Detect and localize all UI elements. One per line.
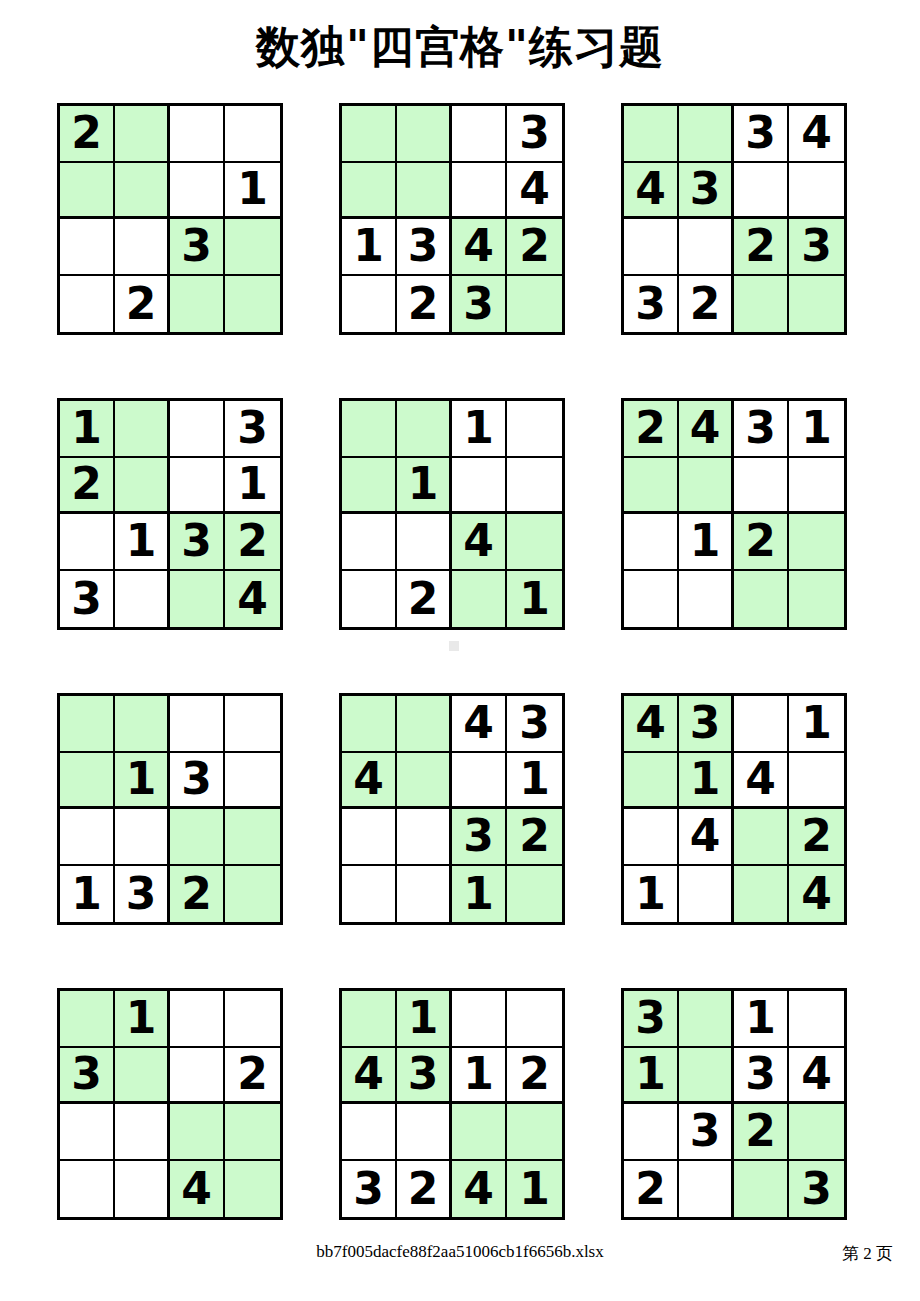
p6-cell-r4c1[interactable]: [624, 571, 679, 628]
p4-cell-r4c1[interactable]: 3: [60, 571, 115, 628]
p7-cell-r4c2[interactable]: 3: [115, 866, 170, 923]
p2-cell-r1c3[interactable]: [452, 106, 507, 163]
p8-cell-r1c2[interactable]: [397, 696, 452, 753]
p9-cell-r2c4[interactable]: [789, 753, 844, 810]
p4-cell-r4c3[interactable]: [170, 571, 225, 628]
p10-cell-r3c4[interactable]: [225, 1104, 280, 1161]
p1-cell-r2c3[interactable]: [170, 163, 225, 220]
p7-cell-r1c3[interactable]: [170, 696, 225, 753]
p1-cell-r1c3[interactable]: [170, 106, 225, 163]
p9-cell-r3c1[interactable]: [624, 809, 679, 866]
p9-cell-r4c2[interactable]: [679, 866, 734, 923]
p10-cell-r2c4[interactable]: 2: [225, 1048, 280, 1105]
p1-cell-r1c4[interactable]: [225, 106, 280, 163]
p6-cell-r1c3[interactable]: 3: [734, 401, 789, 458]
p6-cell-r2c3[interactable]: [734, 458, 789, 515]
p9-cell-r1c2[interactable]: 3: [679, 696, 734, 753]
p6-cell-r1c1[interactable]: 2: [624, 401, 679, 458]
p4-cell-r3c3[interactable]: 3: [170, 514, 225, 571]
p5-cell-r4c4[interactable]: 1: [507, 571, 562, 628]
p11-cell-r4c2[interactable]: 2: [397, 1161, 452, 1218]
p5-cell-r4c3[interactable]: [452, 571, 507, 628]
p1-cell-r1c1[interactable]: 2: [60, 106, 115, 163]
p7-cell-r2c4[interactable]: [225, 753, 280, 810]
p12-cell-r4c4[interactable]: 3: [789, 1161, 844, 1218]
p8-cell-r2c2[interactable]: [397, 753, 452, 810]
p3-cell-r1c2[interactable]: [679, 106, 734, 163]
puzzle-2: 34134223: [339, 103, 565, 335]
p12-cell-r2c3[interactable]: 3: [734, 1048, 789, 1105]
p10-cell-r2c3[interactable]: [170, 1048, 225, 1105]
p8-cell-r4c4[interactable]: [507, 866, 562, 923]
p10-cell-r1c1[interactable]: [60, 991, 115, 1048]
p10-cell-r4c1[interactable]: [60, 1161, 115, 1218]
p10-cell-r4c3[interactable]: 4: [170, 1161, 225, 1218]
p4-cell-r1c4[interactable]: 3: [225, 401, 280, 458]
p11-cell-r3c3[interactable]: [452, 1104, 507, 1161]
p11-cell-r2c4[interactable]: 2: [507, 1048, 562, 1105]
p6-cell-r3c3[interactable]: 2: [734, 514, 789, 571]
p10-cell-r2c2[interactable]: [115, 1048, 170, 1105]
p12-cell-r3c1[interactable]: [624, 1104, 679, 1161]
p7-cell-r2c1[interactable]: [60, 753, 115, 810]
p9-cell-r1c4[interactable]: 1: [789, 696, 844, 753]
p1-cell-r4c4[interactable]: [225, 276, 280, 333]
p3-cell-r4c1[interactable]: 3: [624, 276, 679, 333]
p5-cell-r4c1[interactable]: [342, 571, 397, 628]
p7-cell-r1c4[interactable]: [225, 696, 280, 753]
p10-cell-r1c4[interactable]: [225, 991, 280, 1048]
p7-cell-r4c1[interactable]: 1: [60, 866, 115, 923]
p9-cell-r2c2[interactable]: 1: [679, 753, 734, 810]
p11-cell-r2c1[interactable]: 4: [342, 1048, 397, 1105]
p8-cell-r4c2[interactable]: [397, 866, 452, 923]
p12-cell-r2c1[interactable]: 1: [624, 1048, 679, 1105]
p1-cell-r3c1[interactable]: [60, 219, 115, 276]
p5-cell-r2c4[interactable]: [507, 458, 562, 515]
p8-cell-r2c3[interactable]: [452, 753, 507, 810]
p11-cell-r1c2[interactable]: 1: [397, 991, 452, 1048]
p5-cell-r2c3[interactable]: [452, 458, 507, 515]
p2-cell-r1c2[interactable]: [397, 106, 452, 163]
p2-cell-r2c4[interactable]: 4: [507, 163, 562, 220]
p3-cell-r2c1[interactable]: 4: [624, 163, 679, 220]
p8-cell-r3c4[interactable]: 2: [507, 809, 562, 866]
p1-cell-r2c4[interactable]: 1: [225, 163, 280, 220]
p3-cell-r1c4[interactable]: 4: [789, 106, 844, 163]
p11-cell-r4c3[interactable]: 4: [452, 1161, 507, 1218]
page-footer: bb7f005dacfe88f2aa51006cb1f6656b.xlsx 第 …: [0, 1242, 920, 1268]
p3-cell-r2c3[interactable]: [734, 163, 789, 220]
p10-cell-r1c2[interactable]: 1: [115, 991, 170, 1048]
p3-cell-r4c2[interactable]: 2: [679, 276, 734, 333]
p7-cell-r3c2[interactable]: [115, 809, 170, 866]
p8-cell-r1c1[interactable]: [342, 696, 397, 753]
p7-cell-r1c1[interactable]: [60, 696, 115, 753]
p4-cell-r3c4[interactable]: 2: [225, 514, 280, 571]
p8-cell-r2c1[interactable]: 4: [342, 753, 397, 810]
p5-cell-r1c4[interactable]: [507, 401, 562, 458]
p7-cell-r3c3[interactable]: [170, 809, 225, 866]
p6-cell-r4c3[interactable]: [734, 571, 789, 628]
p1-cell-r2c1[interactable]: [60, 163, 115, 220]
p3-cell-r1c3[interactable]: 3: [734, 106, 789, 163]
worksheet-page: 数独"四宫格"练习题 21323413422334432332132113234…: [0, 0, 920, 1301]
p5-cell-r1c2[interactable]: [397, 401, 452, 458]
p6-cell-r3c4[interactable]: [789, 514, 844, 571]
p6-cell-r2c4[interactable]: [789, 458, 844, 515]
p10-cell-r4c4[interactable]: [225, 1161, 280, 1218]
p5-cell-r2c2[interactable]: 1: [397, 458, 452, 515]
p4-cell-r2c3[interactable]: [170, 458, 225, 515]
p7-cell-r3c4[interactable]: [225, 809, 280, 866]
p11-cell-r3c2[interactable]: [397, 1104, 452, 1161]
puzzle-8: 4341321: [339, 693, 565, 925]
p12-cell-r3c3[interactable]: 2: [734, 1104, 789, 1161]
p1-cell-r4c3[interactable]: [170, 276, 225, 333]
p12-cell-r1c2[interactable]: [679, 991, 734, 1048]
p1-cell-r2c2[interactable]: [115, 163, 170, 220]
puzzle-4: 132113234: [57, 398, 283, 630]
p6-cell-r1c4[interactable]: 1: [789, 401, 844, 458]
p11-cell-r3c1[interactable]: [342, 1104, 397, 1161]
p3-cell-r4c3[interactable]: [734, 276, 789, 333]
p9-cell-r4c4[interactable]: 4: [789, 866, 844, 923]
p3-cell-r3c4[interactable]: 3: [789, 219, 844, 276]
puzzle-12: 311343223: [621, 988, 847, 1220]
p8-cell-r1c3[interactable]: 4: [452, 696, 507, 753]
footer-page-number: 第 2 页: [842, 1242, 893, 1265]
p5-cell-r1c3[interactable]: 1: [452, 401, 507, 458]
p8-cell-r2c4[interactable]: 1: [507, 753, 562, 810]
p6-cell-r3c2[interactable]: 1: [679, 514, 734, 571]
p6-cell-r4c2[interactable]: [679, 571, 734, 628]
p1-cell-r4c2[interactable]: 2: [115, 276, 170, 333]
p2-cell-r4c4[interactable]: [507, 276, 562, 333]
p3-cell-r3c1[interactable]: [624, 219, 679, 276]
p5-cell-r3c2[interactable]: [397, 514, 452, 571]
p2-cell-r4c3[interactable]: 3: [452, 276, 507, 333]
p2-cell-r2c3[interactable]: [452, 163, 507, 220]
p6-cell-r1c2[interactable]: 4: [679, 401, 734, 458]
p3-cell-r3c3[interactable]: 2: [734, 219, 789, 276]
p11-cell-r1c1[interactable]: [342, 991, 397, 1048]
p8-cell-r1c4[interactable]: 3: [507, 696, 562, 753]
p2-cell-r3c2[interactable]: 3: [397, 219, 452, 276]
p4-cell-r1c3[interactable]: [170, 401, 225, 458]
puzzle-5: 11421: [339, 398, 565, 630]
p7-cell-r4c4[interactable]: [225, 866, 280, 923]
p8-cell-r3c1[interactable]: [342, 809, 397, 866]
p4-cell-r4c4[interactable]: 4: [225, 571, 280, 628]
p5-cell-r2c1[interactable]: [342, 458, 397, 515]
puzzle-1: 2132: [57, 103, 283, 335]
p2-cell-r3c1[interactable]: 1: [342, 219, 397, 276]
puzzle-9: 431144214: [621, 693, 847, 925]
p10-cell-r2c1[interactable]: 3: [60, 1048, 115, 1105]
p10-cell-r3c3[interactable]: [170, 1104, 225, 1161]
puzzles-grid: 2132341342233443233213211323411421243112…: [57, 103, 847, 1220]
p11-cell-r1c3[interactable]: [452, 991, 507, 1048]
p6-cell-r2c2[interactable]: [679, 458, 734, 515]
watermark-dot: [449, 641, 459, 651]
p12-cell-r4c1[interactable]: 2: [624, 1161, 679, 1218]
puzzle-10: 1324: [57, 988, 283, 1220]
p10-cell-r1c3[interactable]: [170, 991, 225, 1048]
p5-cell-r3c1[interactable]: [342, 514, 397, 571]
p1-cell-r3c2[interactable]: [115, 219, 170, 276]
p7-cell-r4c3[interactable]: 2: [170, 866, 225, 923]
p10-cell-r4c2[interactable]: [115, 1161, 170, 1218]
puzzle-11: 143123241: [339, 988, 565, 1220]
puzzle-7: 13132: [57, 693, 283, 925]
p4-cell-r2c4[interactable]: 1: [225, 458, 280, 515]
p12-cell-r1c1[interactable]: 3: [624, 991, 679, 1048]
p11-cell-r1c4[interactable]: [507, 991, 562, 1048]
p3-cell-r1c1[interactable]: [624, 106, 679, 163]
p4-cell-r3c2[interactable]: 1: [115, 514, 170, 571]
p11-cell-r3c4[interactable]: [507, 1104, 562, 1161]
p3-cell-r3c2[interactable]: [679, 219, 734, 276]
p9-cell-r3c4[interactable]: 2: [789, 809, 844, 866]
p7-cell-r1c2[interactable]: [115, 696, 170, 753]
p3-cell-r4c4[interactable]: [789, 276, 844, 333]
p3-cell-r2c4[interactable]: [789, 163, 844, 220]
p2-cell-r3c3[interactable]: 4: [452, 219, 507, 276]
p4-cell-r3c1[interactable]: [60, 514, 115, 571]
p4-cell-r1c2[interactable]: [115, 401, 170, 458]
p5-cell-r1c1[interactable]: [342, 401, 397, 458]
p12-cell-r4c2[interactable]: [679, 1161, 734, 1218]
p3-cell-r2c2[interactable]: 3: [679, 163, 734, 220]
p5-cell-r3c3[interactable]: 4: [452, 514, 507, 571]
p9-cell-r4c1[interactable]: 1: [624, 866, 679, 923]
p2-cell-r2c1[interactable]: [342, 163, 397, 220]
p1-cell-r3c3[interactable]: 3: [170, 219, 225, 276]
p2-cell-r1c4[interactable]: 3: [507, 106, 562, 163]
p12-cell-r2c2[interactable]: [679, 1048, 734, 1105]
p2-cell-r4c2[interactable]: 2: [397, 276, 452, 333]
p9-cell-r3c3[interactable]: [734, 809, 789, 866]
p9-cell-r1c3[interactable]: [734, 696, 789, 753]
p2-cell-r4c1[interactable]: [342, 276, 397, 333]
p7-cell-r2c3[interactable]: 3: [170, 753, 225, 810]
p9-cell-r4c3[interactable]: [734, 866, 789, 923]
p6-cell-r2c1[interactable]: [624, 458, 679, 515]
p12-cell-r2c4[interactable]: 4: [789, 1048, 844, 1105]
p9-cell-r2c3[interactable]: 4: [734, 753, 789, 810]
p1-cell-r1c2[interactable]: [115, 106, 170, 163]
p1-cell-r3c4[interactable]: [225, 219, 280, 276]
p7-cell-r2c2[interactable]: 1: [115, 753, 170, 810]
p12-cell-r3c4[interactable]: [789, 1104, 844, 1161]
p8-cell-r4c3[interactable]: 1: [452, 866, 507, 923]
p6-cell-r3c1[interactable]: [624, 514, 679, 571]
p10-cell-r3c2[interactable]: [115, 1104, 170, 1161]
p8-cell-r4c1[interactable]: [342, 866, 397, 923]
p9-cell-r1c1[interactable]: 4: [624, 696, 679, 753]
page-title: 数独"四宫格"练习题: [0, 18, 920, 77]
p5-cell-r3c4[interactable]: [507, 514, 562, 571]
p12-cell-r1c3[interactable]: 1: [734, 991, 789, 1048]
p4-cell-r2c2[interactable]: [115, 458, 170, 515]
p9-cell-r2c1[interactable]: [624, 753, 679, 810]
p12-cell-r3c2[interactable]: 3: [679, 1104, 734, 1161]
p12-cell-r1c4[interactable]: [789, 991, 844, 1048]
p2-cell-r3c4[interactable]: 2: [507, 219, 562, 276]
p11-cell-r2c3[interactable]: 1: [452, 1048, 507, 1105]
p9-cell-r3c2[interactable]: 4: [679, 809, 734, 866]
p2-cell-r1c1[interactable]: [342, 106, 397, 163]
p8-cell-r3c2[interactable]: [397, 809, 452, 866]
p8-cell-r3c3[interactable]: 3: [452, 809, 507, 866]
p5-cell-r4c2[interactable]: 2: [397, 571, 452, 628]
puzzle-6: 243112: [621, 398, 847, 630]
p10-cell-r3c1[interactable]: [60, 1104, 115, 1161]
p6-cell-r4c4[interactable]: [789, 571, 844, 628]
p4-cell-r2c1[interactable]: 2: [60, 458, 115, 515]
p4-cell-r4c2[interactable]: [115, 571, 170, 628]
p4-cell-r1c1[interactable]: 1: [60, 401, 115, 458]
p11-cell-r4c4[interactable]: 1: [507, 1161, 562, 1218]
p11-cell-r2c2[interactable]: 3: [397, 1048, 452, 1105]
p11-cell-r4c1[interactable]: 3: [342, 1161, 397, 1218]
p1-cell-r4c1[interactable]: [60, 276, 115, 333]
puzzle-3: 34432332: [621, 103, 847, 335]
footer-filename: bb7f005dacfe88f2aa51006cb1f6656b.xlsx: [0, 1242, 920, 1262]
p12-cell-r4c3[interactable]: [734, 1161, 789, 1218]
p2-cell-r2c2[interactable]: [397, 163, 452, 220]
p7-cell-r3c1[interactable]: [60, 809, 115, 866]
